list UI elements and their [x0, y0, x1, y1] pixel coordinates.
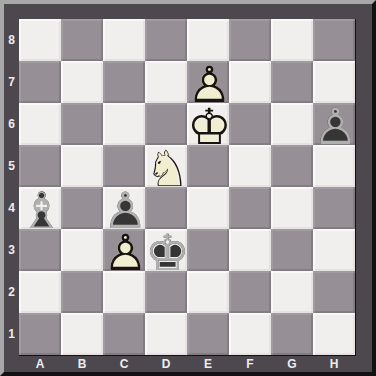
square-e2[interactable]	[187, 271, 229, 313]
square-b4[interactable]	[61, 187, 103, 229]
square-h2[interactable]	[313, 271, 355, 313]
square-e4[interactable]	[187, 187, 229, 229]
file-label-f: F	[229, 356, 271, 373]
square-h7[interactable]	[313, 61, 355, 103]
square-g8[interactable]	[271, 19, 313, 61]
square-a6[interactable]	[19, 103, 61, 145]
square-a2[interactable]	[19, 271, 61, 313]
black-king-outline-glyph: ♔	[145, 232, 187, 274]
square-h3[interactable]	[313, 229, 355, 271]
file-label-b: B	[61, 356, 103, 373]
square-a8[interactable]	[19, 19, 61, 61]
file-label-a: A	[19, 356, 61, 373]
square-f4[interactable]	[229, 187, 271, 229]
rank-label-2: 2	[4, 271, 19, 313]
piece-white-knight[interactable]: ♞♘	[145, 145, 187, 187]
square-c5[interactable]	[103, 145, 145, 187]
rank-label-8: 8	[4, 19, 19, 61]
square-c4[interactable]: ♟♙	[103, 187, 145, 229]
square-b2[interactable]	[61, 271, 103, 313]
rank-labels: 87654321	[4, 19, 19, 355]
square-h1[interactable]	[313, 313, 355, 355]
square-h6[interactable]: ♟♙	[313, 103, 355, 145]
square-d6[interactable]	[145, 103, 187, 145]
piece-black-pawn[interactable]: ♟♙	[313, 103, 355, 145]
piece-black-pawn[interactable]: ♟♙	[103, 187, 145, 229]
square-g6[interactable]	[271, 103, 313, 145]
piece-white-king[interactable]: ♚♔	[187, 103, 229, 145]
rank-label-7: 7	[4, 61, 19, 103]
square-b7[interactable]	[61, 61, 103, 103]
square-b8[interactable]	[61, 19, 103, 61]
square-e5[interactable]	[187, 145, 229, 187]
square-e1[interactable]	[187, 313, 229, 355]
square-b3[interactable]	[61, 229, 103, 271]
square-c8[interactable]	[103, 19, 145, 61]
square-d3[interactable]: ♚♔	[145, 229, 187, 271]
square-c7[interactable]	[103, 61, 145, 103]
square-f1[interactable]	[229, 313, 271, 355]
square-c3[interactable]: ♟♙	[103, 229, 145, 271]
black-bishop-outline-glyph: ♗	[19, 190, 61, 232]
file-labels: ABCDEFGH	[19, 356, 355, 373]
square-c6[interactable]	[103, 103, 145, 145]
file-label-h: H	[313, 356, 355, 373]
square-a3[interactable]	[19, 229, 61, 271]
square-b6[interactable]	[61, 103, 103, 145]
file-label-g: G	[271, 356, 313, 373]
square-d1[interactable]	[145, 313, 187, 355]
square-d4[interactable]	[145, 187, 187, 229]
square-g1[interactable]	[271, 313, 313, 355]
rank-label-6: 6	[4, 103, 19, 145]
black-pawn-outline-glyph: ♙	[313, 106, 355, 148]
square-c2[interactable]	[103, 271, 145, 313]
square-f7[interactable]	[229, 61, 271, 103]
square-h8[interactable]	[313, 19, 355, 61]
rank-label-1: 1	[4, 313, 19, 355]
square-e7[interactable]: ♟♙	[187, 61, 229, 103]
square-d2[interactable]	[145, 271, 187, 313]
square-d5[interactable]: ♞♘	[145, 145, 187, 187]
file-label-c: C	[103, 356, 145, 373]
rank-label-3: 3	[4, 229, 19, 271]
square-g3[interactable]	[271, 229, 313, 271]
square-e3[interactable]	[187, 229, 229, 271]
piece-white-pawn[interactable]: ♟♙	[103, 229, 145, 271]
white-pawn-outline-glyph: ♙	[103, 232, 145, 274]
white-king-outline-glyph: ♔	[187, 106, 229, 148]
file-label-e: E	[187, 356, 229, 373]
file-label-d: D	[145, 356, 187, 373]
piece-black-bishop[interactable]: ♝♗	[19, 187, 61, 229]
square-d8[interactable]	[145, 19, 187, 61]
square-e8[interactable]	[187, 19, 229, 61]
piece-white-pawn[interactable]: ♟♙	[187, 61, 229, 103]
square-g5[interactable]	[271, 145, 313, 187]
square-g4[interactable]	[271, 187, 313, 229]
square-a5[interactable]	[19, 145, 61, 187]
square-g2[interactable]	[271, 271, 313, 313]
rank-label-5: 5	[4, 145, 19, 187]
square-f3[interactable]	[229, 229, 271, 271]
square-a7[interactable]	[19, 61, 61, 103]
square-a1[interactable]	[19, 313, 61, 355]
square-e6[interactable]: ♚♔	[187, 103, 229, 145]
square-f6[interactable]	[229, 103, 271, 145]
square-d7[interactable]	[145, 61, 187, 103]
square-a4[interactable]: ♝♗	[19, 187, 61, 229]
square-b1[interactable]	[61, 313, 103, 355]
square-h5[interactable]	[313, 145, 355, 187]
piece-black-king[interactable]: ♚♔	[145, 229, 187, 271]
square-f2[interactable]	[229, 271, 271, 313]
white-knight-outline-glyph: ♘	[145, 148, 187, 190]
square-f5[interactable]	[229, 145, 271, 187]
rank-label-4: 4	[4, 187, 19, 229]
square-h4[interactable]	[313, 187, 355, 229]
square-g7[interactable]	[271, 61, 313, 103]
square-c1[interactable]	[103, 313, 145, 355]
board: ♟♙♚♔♟♙♞♘♝♗♟♙♟♙♚♔	[19, 19, 356, 356]
square-b5[interactable]	[61, 145, 103, 187]
square-f8[interactable]	[229, 19, 271, 61]
board-frame: 87654321 ♟♙♚♔♟♙♞♘♝♗♟♙♟♙♚♔ ABCDEFGH	[0, 0, 376, 376]
